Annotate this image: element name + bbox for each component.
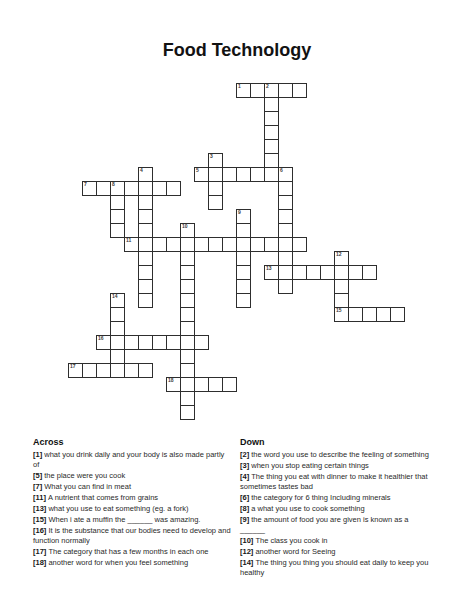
grid-cell[interactable] — [110, 223, 125, 238]
grid-cell[interactable] — [82, 363, 97, 378]
grid-cell[interactable] — [194, 377, 209, 392]
grid-cell[interactable] — [110, 195, 125, 210]
grid-cell[interactable] — [362, 307, 377, 322]
grid-cell[interactable] — [96, 363, 111, 378]
clue-item: [16] It is the substance that our bodies… — [33, 526, 232, 546]
grid-cell[interactable]: 13 — [264, 265, 279, 280]
grid-cell[interactable] — [180, 405, 195, 420]
grid-cell[interactable] — [236, 251, 251, 266]
clue-item: [11] A nutrient that comes from grains — [33, 493, 232, 503]
clues-section: Across [1] what you drink daily and your… — [33, 437, 453, 579]
grid-cell[interactable] — [180, 307, 195, 322]
grid-cell[interactable]: 4 — [138, 167, 153, 182]
grid-cell[interactable] — [222, 167, 237, 182]
down-column: Down [2] the word you use to describe th… — [240, 437, 453, 579]
grid-cell[interactable] — [194, 335, 209, 350]
grid-cell[interactable] — [236, 223, 251, 238]
grid-cell[interactable] — [110, 363, 125, 378]
grid-cell[interactable] — [194, 237, 209, 252]
clue-text: a what you use to cook something — [251, 504, 364, 513]
grid-cell[interactable] — [334, 293, 349, 308]
crossword-grid: 123456789101112131415161718 — [68, 83, 406, 421]
clue-text: The thing you eat with dinner to make it… — [240, 472, 430, 491]
grid-cell[interactable] — [138, 265, 153, 280]
clue-label: [5] — [33, 471, 44, 480]
clue-text: what you use to eat something (eg. a for… — [48, 504, 188, 513]
grid-cell[interactable] — [110, 321, 125, 336]
grid-cell[interactable]: 7 — [82, 181, 97, 196]
grid-cell[interactable] — [376, 307, 391, 322]
clue-item: [18] another word for when you feel some… — [33, 558, 232, 568]
clue-label: [18] — [33, 558, 48, 567]
down-clue-list: [2] the word you use to describe the fee… — [240, 450, 445, 578]
down-header: Down — [240, 437, 445, 447]
clue-label: [1] — [33, 450, 44, 459]
grid-cell[interactable] — [278, 237, 293, 252]
grid-cell[interactable] — [180, 293, 195, 308]
grid-cell[interactable] — [236, 237, 251, 252]
grid-cell[interactable] — [264, 139, 279, 154]
clue-text: The class you cook in — [255, 536, 327, 545]
grid-cell[interactable]: 10 — [180, 223, 195, 238]
grid-cell[interactable] — [264, 125, 279, 140]
grid-cell[interactable] — [124, 181, 139, 196]
across-clue-list: [1] what you drink daily and your body i… — [33, 450, 232, 568]
grid-cell[interactable] — [138, 363, 153, 378]
clue-number: 5 — [196, 168, 199, 173]
grid-cell[interactable] — [222, 377, 237, 392]
grid-cell[interactable] — [152, 335, 167, 350]
clue-number: 17 — [70, 364, 76, 369]
grid-cell[interactable]: 3 — [208, 153, 223, 168]
grid-cell[interactable] — [138, 181, 153, 196]
grid-cell[interactable] — [278, 209, 293, 224]
clue-number: 8 — [112, 182, 115, 187]
grid-cell[interactable] — [110, 335, 125, 350]
clue-text: The thing you thing you should eat daily… — [240, 558, 431, 577]
grid-cell[interactable] — [292, 83, 307, 98]
grid-cell[interactable] — [278, 265, 293, 280]
clue-number: 9 — [238, 210, 241, 215]
clue-label: [6] — [240, 493, 251, 502]
clue-item: [8] a what you use to cook something — [240, 504, 445, 514]
grid-cell[interactable] — [306, 265, 321, 280]
clue-number: 10 — [182, 224, 188, 229]
grid-cell[interactable] — [138, 195, 153, 210]
clue-text: the place were you cook — [44, 471, 125, 480]
grid-cell[interactable] — [278, 195, 293, 210]
clue-number: 7 — [84, 182, 87, 187]
clue-label: [4] — [240, 472, 251, 481]
clue-item: [13] what you use to eat something (eg. … — [33, 504, 232, 514]
clue-number: 2 — [266, 84, 269, 89]
grid-cell[interactable] — [264, 111, 279, 126]
grid-cell[interactable] — [208, 167, 223, 182]
grid-cell[interactable] — [180, 377, 195, 392]
grid-cell[interactable] — [180, 321, 195, 336]
grid-cell[interactable] — [208, 237, 223, 252]
grid-cell[interactable] — [180, 363, 195, 378]
clue-label: [15] — [33, 515, 48, 524]
grid-cell[interactable] — [278, 181, 293, 196]
grid-cell[interactable] — [236, 279, 251, 294]
clue-label: [7] — [33, 482, 44, 491]
grid-cell[interactable]: 6 — [278, 167, 293, 182]
grid-cell[interactable]: 18 — [166, 377, 181, 392]
grid-cell[interactable] — [96, 181, 111, 196]
grid-cell[interactable] — [334, 265, 349, 280]
clue-label: [8] — [240, 504, 251, 513]
clue-label: [13] — [33, 504, 48, 513]
grid-cell[interactable] — [180, 265, 195, 280]
grid-cell[interactable] — [278, 251, 293, 266]
grid-cell[interactable] — [236, 293, 251, 308]
clue-text: the category for 6 thing Including miner… — [251, 493, 390, 502]
grid-cell[interactable] — [110, 307, 125, 322]
grid-cell[interactable] — [138, 209, 153, 224]
clue-text: When i ate a muffin the ______ was amazi… — [48, 515, 200, 524]
clue-text: A nutrient that comes from grains — [48, 493, 158, 502]
grid-cell[interactable] — [138, 279, 153, 294]
grid-cell[interactable]: 15 — [334, 307, 349, 322]
clue-text: another word for Seeing — [255, 547, 335, 556]
clue-text: another word for when you feel something — [48, 558, 188, 567]
clue-item: [15] When i ate a muffin the ______ was … — [33, 515, 232, 525]
clue-number: 18 — [168, 378, 174, 383]
grid-cell[interactable] — [208, 195, 223, 210]
grid-cell[interactable] — [138, 293, 153, 308]
grid-cell[interactable]: 12 — [334, 251, 349, 266]
grid-cell[interactable] — [166, 237, 181, 252]
clue-text: What you can find in meat — [44, 482, 131, 491]
grid-cell[interactable] — [152, 237, 167, 252]
grid-cell[interactable] — [236, 265, 251, 280]
grid-cell[interactable] — [250, 83, 265, 98]
clue-number: 12 — [336, 252, 342, 257]
grid-cell[interactable] — [180, 251, 195, 266]
clue-label: [14] — [240, 558, 255, 567]
clue-label: [2] — [240, 450, 251, 459]
clue-label: [9] — [240, 515, 251, 524]
grid-cell[interactable] — [180, 391, 195, 406]
grid-cell[interactable] — [208, 377, 223, 392]
clue-number: 14 — [112, 294, 118, 299]
crossword-page: Food Technology 123456789101112131415161… — [0, 0, 474, 613]
clue-label: [11] — [33, 493, 48, 502]
clue-item: [9] the amount of food you are given is … — [240, 515, 445, 535]
grid-cell[interactable]: 1 — [236, 83, 251, 98]
clue-item: [4] The thing you eat with dinner to mak… — [240, 472, 445, 492]
across-column: Across [1] what you drink daily and your… — [33, 437, 240, 579]
grid-cell[interactable] — [264, 237, 279, 252]
grid-cell[interactable]: 5 — [194, 167, 209, 182]
clue-item: [17] The category that has a few months … — [33, 547, 232, 557]
clue-text: what you drink daily and your body is al… — [33, 450, 226, 469]
clue-text: the word you use to describe the feeling… — [251, 450, 429, 459]
grid-cell[interactable] — [264, 167, 279, 182]
grid-cell[interactable] — [292, 265, 307, 280]
clue-number: 4 — [140, 168, 143, 173]
grid-cell[interactable] — [390, 307, 405, 322]
grid-cell[interactable] — [138, 335, 153, 350]
grid-cell[interactable] — [278, 83, 293, 98]
clue-text: the amount of food you are given is know… — [240, 515, 408, 534]
grid-cell[interactable] — [110, 209, 125, 224]
grid-cell[interactable] — [236, 167, 251, 182]
clue-number: 6 — [280, 168, 283, 173]
grid-cell[interactable] — [166, 181, 181, 196]
clue-item: [12] another word for Seeing — [240, 547, 445, 557]
clue-number: 16 — [98, 336, 104, 341]
grid-cell[interactable] — [124, 363, 139, 378]
grid-cell[interactable] — [278, 279, 293, 294]
grid-cell[interactable] — [278, 223, 293, 238]
grid-cell[interactable] — [180, 279, 195, 294]
page-title: Food Technology — [0, 40, 474, 61]
grid-cell[interactable] — [264, 153, 279, 168]
clue-item: [10] The class you cook in — [240, 536, 445, 546]
grid-cell[interactable] — [222, 237, 237, 252]
grid-cell[interactable]: 8 — [110, 181, 125, 196]
grid-cell[interactable] — [348, 307, 363, 322]
clue-label: [16] — [33, 526, 48, 535]
grid-cell[interactable] — [138, 223, 153, 238]
clue-item: [1] what you drink daily and your body i… — [33, 450, 232, 470]
clue-number: 15 — [336, 308, 342, 313]
clue-item: [3] when you stop eating certain things — [240, 461, 445, 471]
grid-cell[interactable] — [138, 237, 153, 252]
grid-cell[interactable] — [250, 237, 265, 252]
grid-cell[interactable] — [110, 349, 125, 364]
grid-cell[interactable] — [124, 335, 139, 350]
grid-cell[interactable] — [320, 265, 335, 280]
grid-cell[interactable] — [138, 251, 153, 266]
clue-label: [3] — [240, 461, 251, 470]
grid-cell[interactable] — [348, 265, 363, 280]
clue-item: [2] the word you use to describe the fee… — [240, 450, 445, 460]
grid-cell[interactable]: 11 — [124, 237, 139, 252]
clue-item: [7] What you can find in meat — [33, 482, 232, 492]
clue-item: [5] the place were you cook — [33, 471, 232, 481]
clue-text: when you stop eating certain things — [251, 461, 369, 470]
clue-text: It is the substance that our bodies need… — [33, 526, 233, 545]
across-header: Across — [33, 437, 232, 447]
grid-cell[interactable] — [264, 97, 279, 112]
grid-cell[interactable]: 17 — [68, 363, 83, 378]
grid-cell[interactable] — [166, 335, 181, 350]
clue-label: [12] — [240, 547, 255, 556]
clue-label: [10] — [240, 536, 255, 545]
grid-cell[interactable] — [180, 237, 195, 252]
grid-cell[interactable]: 2 — [264, 83, 279, 98]
grid-cell[interactable]: 9 — [236, 209, 251, 224]
grid-cell[interactable] — [362, 265, 377, 280]
grid-cell[interactable] — [334, 279, 349, 294]
grid-cell[interactable] — [180, 335, 195, 350]
clue-number: 13 — [266, 266, 272, 271]
clue-item: [6] the category for 6 thing Including m… — [240, 493, 445, 503]
grid-cell[interactable]: 14 — [110, 293, 125, 308]
clue-label: [17] — [33, 547, 48, 556]
grid-cell[interactable] — [250, 167, 265, 182]
grid-cell[interactable]: 16 — [96, 335, 111, 350]
clue-text: The category that has a few months in ea… — [48, 547, 208, 556]
clue-number: 1 — [238, 84, 241, 89]
clue-number: 11 — [126, 238, 131, 243]
grid-cell[interactable] — [180, 349, 195, 364]
clue-number: 3 — [210, 154, 213, 159]
grid-cell[interactable] — [152, 181, 167, 196]
grid-cell[interactable] — [208, 181, 223, 196]
clue-item: [14] The thing you thing you should eat … — [240, 558, 445, 578]
grid-cell[interactable] — [292, 237, 307, 252]
